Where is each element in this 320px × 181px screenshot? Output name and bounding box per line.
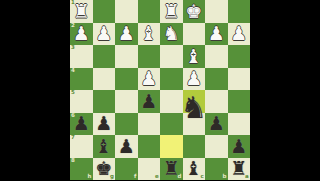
square-b3[interactable] [205, 45, 228, 68]
piece-white-rook[interactable]: ♜ [160, 0, 183, 23]
square-d3[interactable] [160, 45, 183, 68]
square-a7[interactable]: ♟ [228, 135, 251, 158]
piece-black-pawn[interactable]: ♟ [228, 135, 251, 158]
piece-white-bishop[interactable]: ♝ [183, 45, 206, 68]
square-g6[interactable]: ♟ [93, 113, 116, 136]
square-d2[interactable]: ♞ [160, 23, 183, 46]
square-e7[interactable] [138, 135, 161, 158]
file-label-b: b [222, 174, 226, 180]
square-d4[interactable] [160, 68, 183, 91]
square-b6[interactable]: ♟ [205, 113, 228, 136]
square-b1[interactable] [205, 0, 228, 23]
square-h2[interactable]: 2♟ [70, 23, 93, 46]
square-b8[interactable]: b [205, 158, 228, 181]
square-c4[interactable]: ♟ [183, 68, 206, 91]
rank-label-3: 3 [71, 45, 75, 51]
square-a6[interactable] [228, 113, 251, 136]
square-b5[interactable] [205, 90, 228, 113]
piece-white-pawn[interactable]: ♟ [93, 23, 116, 46]
file-label-h: h [87, 174, 91, 180]
square-d8[interactable]: d♜ [160, 158, 183, 181]
square-f5[interactable] [115, 90, 138, 113]
square-e6[interactable] [138, 113, 161, 136]
square-e1[interactable] [138, 0, 161, 23]
square-g8[interactable]: g♚ [93, 158, 116, 181]
square-g7[interactable]: ♝ [93, 135, 116, 158]
file-label-f: f [134, 174, 136, 180]
square-g3[interactable] [93, 45, 116, 68]
square-b7[interactable] [205, 135, 228, 158]
rank-label-4: 4 [71, 68, 75, 74]
piece-black-rook[interactable]: ♜ [228, 158, 251, 181]
square-f8[interactable]: f [115, 158, 138, 181]
square-e4[interactable]: ♟ [138, 68, 161, 91]
piece-black-pawn[interactable]: ♟ [115, 135, 138, 158]
piece-white-rook[interactable]: ♜ [70, 0, 93, 23]
piece-white-pawn[interactable]: ♟ [205, 23, 228, 46]
piece-white-pawn[interactable]: ♟ [228, 23, 251, 46]
piece-black-rook[interactable]: ♜ [160, 158, 183, 181]
rank-label-5: 5 [71, 90, 75, 96]
square-g5[interactable] [93, 90, 116, 113]
square-a4[interactable] [228, 68, 251, 91]
square-h7[interactable]: 7 [70, 135, 93, 158]
letterbox-left [0, 0, 70, 180]
piece-black-pawn[interactable]: ♟ [138, 90, 161, 113]
square-c7[interactable] [183, 135, 206, 158]
piece-white-knight[interactable]: ♞ [160, 23, 183, 46]
piece-black-king[interactable]: ♚ [93, 158, 116, 181]
piece-white-pawn[interactable]: ♟ [115, 23, 138, 46]
square-a3[interactable] [228, 45, 251, 68]
chess-board: 1♜♜♚2♟♟♟♝♞♟♟3♝4♟♟5♟♞6♟♟♟7♝♟♟8hg♚fed♜c♝ba… [70, 0, 250, 180]
square-a1[interactable] [228, 0, 251, 23]
square-c5[interactable]: ♞ [183, 90, 206, 113]
square-a5[interactable] [228, 90, 251, 113]
piece-black-knight[interactable]: ♞ [183, 90, 206, 126]
piece-white-bishop[interactable]: ♝ [138, 23, 161, 46]
square-d7[interactable] [160, 135, 183, 158]
piece-white-pawn[interactable]: ♟ [183, 68, 206, 91]
square-e2[interactable]: ♝ [138, 23, 161, 46]
screenshot: 1♜♜♚2♟♟♟♝♞♟♟3♝4♟♟5♟♞6♟♟♟7♝♟♟8hg♚fed♜c♝ba… [0, 0, 320, 180]
square-e3[interactable] [138, 45, 161, 68]
square-c2[interactable] [183, 23, 206, 46]
square-h3[interactable]: 3 [70, 45, 93, 68]
square-h5[interactable]: 5 [70, 90, 93, 113]
square-a2[interactable]: ♟ [228, 23, 251, 46]
square-h1[interactable]: 1♜ [70, 0, 93, 23]
square-c3[interactable]: ♝ [183, 45, 206, 68]
square-c8[interactable]: c♝ [183, 158, 206, 181]
square-c1[interactable]: ♚ [183, 0, 206, 23]
piece-black-pawn[interactable]: ♟ [93, 113, 116, 136]
square-g1[interactable] [93, 0, 116, 23]
square-h6[interactable]: 6♟ [70, 113, 93, 136]
square-f1[interactable] [115, 0, 138, 23]
square-d1[interactable]: ♜ [160, 0, 183, 23]
square-a8[interactable]: a♜ [228, 158, 251, 181]
square-f3[interactable] [115, 45, 138, 68]
piece-black-pawn[interactable]: ♟ [70, 113, 93, 136]
piece-black-bishop[interactable]: ♝ [93, 135, 116, 158]
square-g4[interactable] [93, 68, 116, 91]
square-b4[interactable] [205, 68, 228, 91]
piece-white-pawn[interactable]: ♟ [138, 68, 161, 91]
piece-white-pawn[interactable]: ♟ [70, 23, 93, 46]
square-d5[interactable] [160, 90, 183, 113]
square-f7[interactable]: ♟ [115, 135, 138, 158]
rank-label-8: 8 [71, 158, 75, 164]
file-label-e: e [155, 174, 159, 180]
square-f6[interactable] [115, 113, 138, 136]
piece-black-bishop[interactable]: ♝ [183, 158, 206, 181]
piece-white-king[interactable]: ♚ [183, 0, 206, 23]
square-b2[interactable]: ♟ [205, 23, 228, 46]
piece-black-pawn[interactable]: ♟ [205, 113, 228, 136]
square-h8[interactable]: 8h [70, 158, 93, 181]
square-h4[interactable]: 4 [70, 68, 93, 91]
square-e5[interactable]: ♟ [138, 90, 161, 113]
square-d6[interactable] [160, 113, 183, 136]
letterbox-right [250, 0, 320, 180]
rank-label-7: 7 [71, 135, 75, 141]
square-f2[interactable]: ♟ [115, 23, 138, 46]
square-f4[interactable] [115, 68, 138, 91]
square-e8[interactable]: e [138, 158, 161, 181]
square-g2[interactable]: ♟ [93, 23, 116, 46]
